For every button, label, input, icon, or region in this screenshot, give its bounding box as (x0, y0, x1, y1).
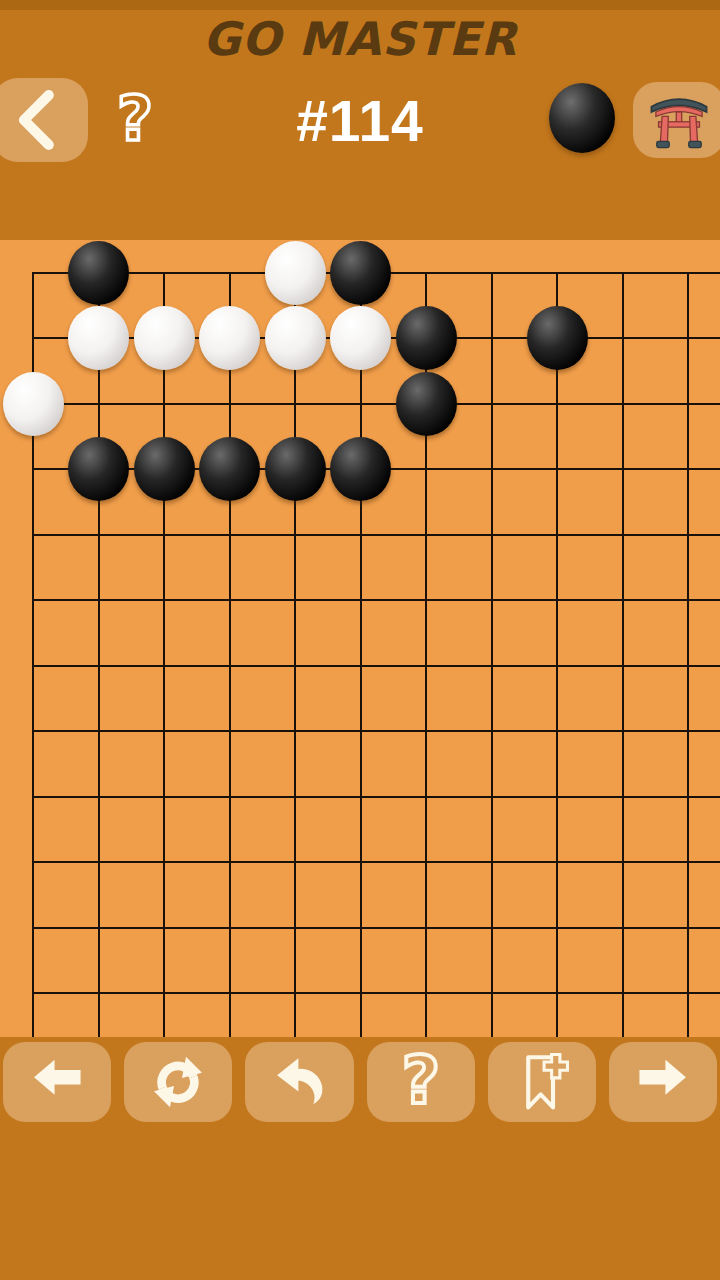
board-point[interactable] (459, 240, 525, 305)
question-mark-icon: ? (393, 1045, 449, 1119)
board-point[interactable] (0, 829, 66, 894)
board-point[interactable] (0, 960, 66, 1025)
board-point[interactable] (262, 764, 328, 829)
white-stone (3, 372, 64, 436)
undo-arrow-icon (267, 1052, 331, 1112)
board-point[interactable] (328, 764, 394, 829)
board-point[interactable] (197, 698, 263, 763)
white-stone (199, 306, 260, 370)
board-point[interactable] (590, 829, 656, 894)
go-board[interactable] (0, 240, 720, 1037)
board-point[interactable] (328, 633, 394, 698)
board-point[interactable] (524, 895, 590, 960)
board-point[interactable] (66, 764, 132, 829)
hint-button[interactable]: ? (367, 1042, 475, 1122)
board-point[interactable] (0, 437, 66, 502)
board-point[interactable] (524, 698, 590, 763)
board-point[interactable] (590, 764, 656, 829)
board-point[interactable] (197, 240, 263, 305)
board-point[interactable] (197, 502, 263, 567)
board-point[interactable] (197, 633, 263, 698)
board-point[interactable] (459, 960, 525, 1025)
board-point[interactable] (131, 829, 197, 894)
board-point[interactable] (66, 371, 132, 436)
board-point[interactable] (524, 567, 590, 632)
board-point[interactable] (262, 437, 328, 502)
black-stone (68, 437, 129, 501)
board-point[interactable] (328, 698, 394, 763)
black-turn-indicator (549, 83, 615, 153)
board-point[interactable] (393, 960, 459, 1025)
board-point[interactable] (262, 895, 328, 960)
white-stone (68, 306, 129, 370)
board-point[interactable] (328, 502, 394, 567)
board-point[interactable] (66, 698, 132, 763)
board-point[interactable] (197, 960, 263, 1025)
board-point[interactable] (459, 829, 525, 894)
board-point[interactable] (262, 829, 328, 894)
board-point[interactable] (131, 306, 197, 371)
board-point[interactable] (524, 764, 590, 829)
board-point[interactable] (590, 502, 656, 567)
board-point[interactable] (655, 567, 720, 632)
board-point[interactable] (0, 698, 66, 763)
white-stone (134, 306, 195, 370)
board-point[interactable] (524, 437, 590, 502)
board-point[interactable] (524, 240, 590, 305)
board-point[interactable] (590, 698, 656, 763)
board-point[interactable] (459, 371, 525, 436)
restart-button[interactable] (124, 1042, 232, 1122)
board-point[interactable] (131, 502, 197, 567)
board-point[interactable] (131, 895, 197, 960)
board-point[interactable] (590, 437, 656, 502)
board-point[interactable] (524, 633, 590, 698)
board-point[interactable] (262, 306, 328, 371)
board-point[interactable] (66, 960, 132, 1025)
board-point[interactable] (131, 764, 197, 829)
board-point[interactable] (524, 829, 590, 894)
board-point[interactable] (262, 502, 328, 567)
arrow-left-icon (24, 1053, 90, 1111)
board-point[interactable] (328, 829, 394, 894)
board-point[interactable] (524, 960, 590, 1025)
torii-gate-icon (647, 88, 711, 152)
board-point[interactable] (66, 502, 132, 567)
app-root: GO MASTER ? #114 (0, 0, 720, 1280)
board-point[interactable] (131, 567, 197, 632)
board-point[interactable] (197, 306, 263, 371)
board-point[interactable] (0, 502, 66, 567)
board-point[interactable] (655, 960, 720, 1025)
toolbar: ? (0, 1042, 720, 1122)
next-puzzle-button[interactable] (609, 1042, 717, 1122)
board-point[interactable] (393, 371, 459, 436)
board-point[interactable] (459, 764, 525, 829)
board-point[interactable] (590, 306, 656, 371)
board-point[interactable] (131, 633, 197, 698)
board-point[interactable] (328, 960, 394, 1025)
board-point[interactable] (459, 698, 525, 763)
board-point[interactable] (655, 633, 720, 698)
black-stone (134, 437, 195, 501)
app-title: GO MASTER (0, 12, 720, 66)
board-point[interactable] (459, 633, 525, 698)
board-point[interactable] (524, 502, 590, 567)
board-point[interactable] (459, 306, 525, 371)
board-point[interactable] (393, 633, 459, 698)
board-stones-layer (0, 240, 720, 1025)
board-point[interactable] (328, 437, 394, 502)
white-stone (330, 306, 391, 370)
black-stone (396, 306, 457, 370)
bookmark-plus-icon (509, 1049, 575, 1115)
board-point[interactable] (262, 960, 328, 1025)
bookmark-add-button[interactable] (488, 1042, 596, 1122)
board-point[interactable] (0, 633, 66, 698)
top-strip (0, 0, 720, 10)
board-point[interactable] (197, 895, 263, 960)
board-point[interactable] (131, 437, 197, 502)
board-point[interactable] (393, 829, 459, 894)
board-point[interactable] (393, 764, 459, 829)
board-point[interactable] (590, 960, 656, 1025)
board-point[interactable] (0, 567, 66, 632)
board-point[interactable] (328, 895, 394, 960)
board-point[interactable] (655, 764, 720, 829)
board-point[interactable] (66, 829, 132, 894)
board-point[interactable] (0, 895, 66, 960)
board-point[interactable] (459, 567, 525, 632)
board-point[interactable] (66, 633, 132, 698)
board-point[interactable] (262, 240, 328, 305)
board-point[interactable] (197, 829, 263, 894)
board-point[interactable] (459, 437, 525, 502)
undo-button[interactable] (245, 1042, 353, 1122)
board-point[interactable] (655, 306, 720, 371)
board-point[interactable] (131, 698, 197, 763)
board-point[interactable] (393, 502, 459, 567)
svg-text:?: ? (401, 1045, 439, 1119)
board-point[interactable] (655, 502, 720, 567)
board-point[interactable] (393, 698, 459, 763)
black-stone (68, 241, 129, 305)
board-point[interactable] (0, 371, 66, 436)
board-point[interactable] (131, 371, 197, 436)
board-point[interactable] (0, 240, 66, 305)
board-point[interactable] (524, 371, 590, 436)
board-point[interactable] (328, 306, 394, 371)
board-point[interactable] (590, 371, 656, 436)
previous-puzzle-button[interactable] (3, 1042, 111, 1122)
refresh-icon (146, 1050, 210, 1114)
board-point[interactable] (393, 306, 459, 371)
board-point[interactable] (655, 437, 720, 502)
board-point[interactable] (459, 502, 525, 567)
board-point[interactable] (328, 567, 394, 632)
board-point[interactable] (655, 895, 720, 960)
black-stone (330, 437, 391, 501)
board-point[interactable] (459, 895, 525, 960)
board-point[interactable] (131, 240, 197, 305)
board-point[interactable] (590, 633, 656, 698)
board-point[interactable] (66, 306, 132, 371)
board-point[interactable] (590, 895, 656, 960)
board-point[interactable] (66, 240, 132, 305)
board-point[interactable] (655, 698, 720, 763)
white-stone (265, 241, 326, 305)
black-stone (330, 241, 391, 305)
board-point[interactable] (524, 306, 590, 371)
board-point[interactable] (66, 895, 132, 960)
board-point[interactable] (197, 437, 263, 502)
board-point[interactable] (262, 567, 328, 632)
board-point[interactable] (0, 764, 66, 829)
board-point[interactable] (131, 960, 197, 1025)
board-point[interactable] (393, 437, 459, 502)
black-stone (527, 306, 588, 370)
board-point[interactable] (197, 764, 263, 829)
board-point[interactable] (393, 240, 459, 305)
board-point[interactable] (655, 240, 720, 305)
board-point[interactable] (197, 371, 263, 436)
arrow-right-icon (630, 1053, 696, 1111)
board-point[interactable] (197, 567, 263, 632)
board-point[interactable] (590, 240, 656, 305)
board-point[interactable] (655, 829, 720, 894)
board-point[interactable] (328, 240, 394, 305)
shrine-button[interactable] (633, 82, 720, 158)
board-point[interactable] (655, 371, 720, 436)
board-point[interactable] (393, 895, 459, 960)
board-point[interactable] (262, 698, 328, 763)
black-stone (265, 437, 326, 501)
board-point[interactable] (262, 371, 328, 436)
white-stone (265, 306, 326, 370)
board-point[interactable] (262, 633, 328, 698)
board-point[interactable] (393, 567, 459, 632)
board-point[interactable] (66, 437, 132, 502)
board-point[interactable] (590, 567, 656, 632)
black-stone (199, 437, 260, 501)
black-stone (396, 372, 457, 436)
board-point[interactable] (66, 567, 132, 632)
board-point[interactable] (328, 371, 394, 436)
board-point[interactable] (0, 306, 66, 371)
